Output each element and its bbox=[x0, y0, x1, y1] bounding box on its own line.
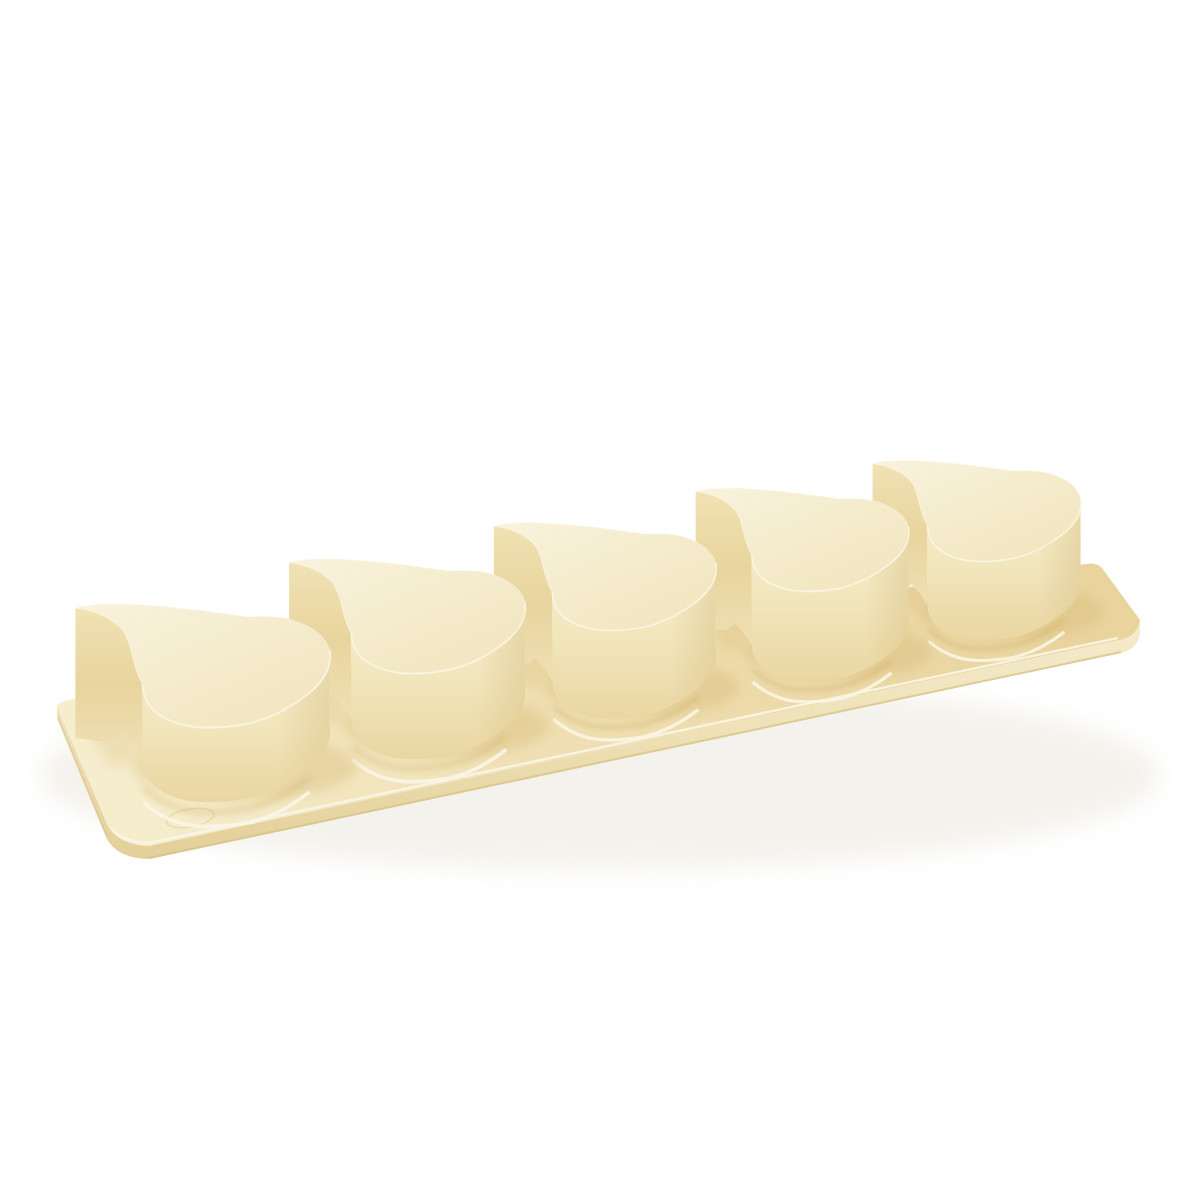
product-photo bbox=[0, 0, 1200, 1200]
scene-svg bbox=[0, 0, 1200, 1200]
